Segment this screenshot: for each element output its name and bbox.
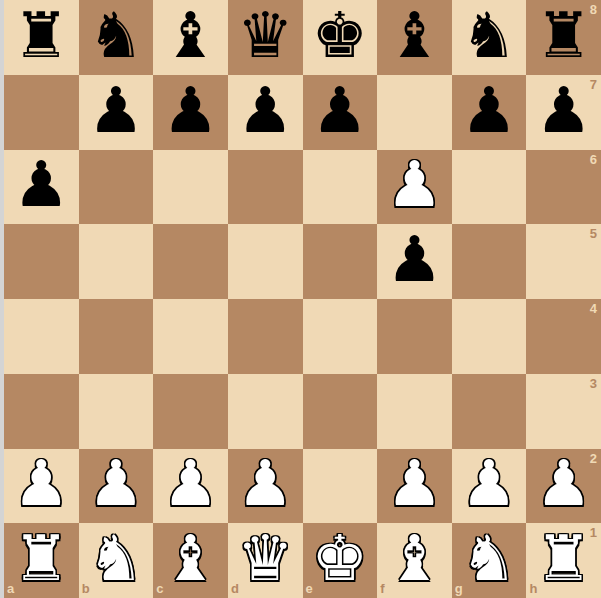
black-pawn-d7[interactable]: ♟ xyxy=(237,79,293,142)
square-d7[interactable]: ♟ xyxy=(228,75,303,150)
square-d4[interactable] xyxy=(228,299,303,374)
square-a7[interactable] xyxy=(4,75,79,150)
square-f7[interactable] xyxy=(377,75,452,150)
square-g8[interactable]: ♞ xyxy=(452,0,527,75)
square-e1[interactable]: ♚e xyxy=(303,523,378,598)
rank-label-3: 3 xyxy=(590,377,597,390)
square-h8[interactable]: ♜8 xyxy=(526,0,601,75)
square-b4[interactable] xyxy=(79,299,154,374)
rank-label-5: 5 xyxy=(590,227,597,240)
square-c5[interactable] xyxy=(153,224,228,299)
square-c6[interactable] xyxy=(153,150,228,225)
square-d1[interactable]: ♛d xyxy=(228,523,303,598)
black-knight-g8[interactable]: ♞ xyxy=(461,4,517,67)
black-pawn-e7[interactable]: ♟ xyxy=(312,79,368,142)
white-pawn-h2[interactable]: ♟ xyxy=(535,452,591,515)
square-c8[interactable]: ♝ xyxy=(153,0,228,75)
square-a3[interactable] xyxy=(4,374,79,449)
white-bishop-c1[interactable]: ♝ xyxy=(162,527,218,590)
square-a2[interactable]: ♟ xyxy=(4,449,79,524)
square-c4[interactable] xyxy=(153,299,228,374)
white-king-e1[interactable]: ♚ xyxy=(312,527,368,590)
square-h7[interactable]: ♟7 xyxy=(526,75,601,150)
white-queen-d1[interactable]: ♛ xyxy=(237,527,293,590)
square-b3[interactable] xyxy=(79,374,154,449)
square-a1[interactable]: ♜a xyxy=(4,523,79,598)
black-bishop-f8[interactable]: ♝ xyxy=(386,4,442,67)
rank-label-6: 6 xyxy=(590,153,597,166)
square-d3[interactable] xyxy=(228,374,303,449)
black-rook-h8[interactable]: ♜ xyxy=(535,4,591,67)
square-b5[interactable] xyxy=(79,224,154,299)
white-pawn-a2[interactable]: ♟ xyxy=(13,452,69,515)
square-g2[interactable]: ♟ xyxy=(452,449,527,524)
square-h5[interactable]: 5 xyxy=(526,224,601,299)
square-d8[interactable]: ♛ xyxy=(228,0,303,75)
square-g4[interactable] xyxy=(452,299,527,374)
square-a8[interactable]: ♜ xyxy=(4,0,79,75)
square-f1[interactable]: ♝f xyxy=(377,523,452,598)
square-g5[interactable] xyxy=(452,224,527,299)
square-f5[interactable]: ♟ xyxy=(377,224,452,299)
file-label-f: f xyxy=(380,582,384,595)
square-h6[interactable]: 6 xyxy=(526,150,601,225)
square-f3[interactable] xyxy=(377,374,452,449)
black-pawn-g7[interactable]: ♟ xyxy=(461,79,517,142)
black-queen-d8[interactable]: ♛ xyxy=(237,4,293,67)
rank-label-4: 4 xyxy=(590,302,597,315)
square-e7[interactable]: ♟ xyxy=(303,75,378,150)
square-d5[interactable] xyxy=(228,224,303,299)
black-pawn-c7[interactable]: ♟ xyxy=(162,79,218,142)
square-a5[interactable] xyxy=(4,224,79,299)
white-pawn-g2[interactable]: ♟ xyxy=(461,452,517,515)
square-c7[interactable]: ♟ xyxy=(153,75,228,150)
square-h1[interactable]: ♜h1 xyxy=(526,523,601,598)
white-pawn-f6[interactable]: ♟ xyxy=(386,153,442,216)
square-a6[interactable]: ♟ xyxy=(4,150,79,225)
black-pawn-f5[interactable]: ♟ xyxy=(386,228,442,291)
square-b2[interactable]: ♟ xyxy=(79,449,154,524)
square-c3[interactable] xyxy=(153,374,228,449)
black-rook-a8[interactable]: ♜ xyxy=(13,4,69,67)
square-e6[interactable] xyxy=(303,150,378,225)
square-f4[interactable] xyxy=(377,299,452,374)
square-d2[interactable]: ♟ xyxy=(228,449,303,524)
square-e5[interactable] xyxy=(303,224,378,299)
square-e2[interactable] xyxy=(303,449,378,524)
white-knight-g1[interactable]: ♞ xyxy=(461,527,517,590)
square-b1[interactable]: ♞b xyxy=(79,523,154,598)
white-pawn-d2[interactable]: ♟ xyxy=(237,452,293,515)
square-e3[interactable] xyxy=(303,374,378,449)
white-knight-b1[interactable]: ♞ xyxy=(88,527,144,590)
white-rook-a1[interactable]: ♜ xyxy=(13,527,69,590)
square-c2[interactable]: ♟ xyxy=(153,449,228,524)
chess-board-screenshot: ♜♞♝♛♚♝♞♜8♟♟♟♟♟♟7♟♟6♟543♟♟♟♟♟♟♟2♜a♞b♝c♛d♚… xyxy=(0,0,601,598)
square-e4[interactable] xyxy=(303,299,378,374)
square-f8[interactable]: ♝ xyxy=(377,0,452,75)
square-h4[interactable]: 4 xyxy=(526,299,601,374)
square-f2[interactable]: ♟ xyxy=(377,449,452,524)
black-pawn-a6[interactable]: ♟ xyxy=(13,153,69,216)
square-c1[interactable]: ♝c xyxy=(153,523,228,598)
white-bishop-f1[interactable]: ♝ xyxy=(386,527,442,590)
square-g1[interactable]: ♞g xyxy=(452,523,527,598)
square-b7[interactable]: ♟ xyxy=(79,75,154,150)
square-f6[interactable]: ♟ xyxy=(377,150,452,225)
square-g3[interactable] xyxy=(452,374,527,449)
square-e8[interactable]: ♚ xyxy=(303,0,378,75)
square-d6[interactable] xyxy=(228,150,303,225)
black-pawn-h7[interactable]: ♟ xyxy=(535,79,591,142)
square-g7[interactable]: ♟ xyxy=(452,75,527,150)
black-pawn-b7[interactable]: ♟ xyxy=(88,79,144,142)
square-b6[interactable] xyxy=(79,150,154,225)
square-b8[interactable]: ♞ xyxy=(79,0,154,75)
white-pawn-f2[interactable]: ♟ xyxy=(386,452,442,515)
white-rook-h1[interactable]: ♜ xyxy=(535,527,591,590)
chess-board: ♜♞♝♛♚♝♞♜8♟♟♟♟♟♟7♟♟6♟543♟♟♟♟♟♟♟2♜a♞b♝c♛d♚… xyxy=(4,0,601,598)
white-pawn-c2[interactable]: ♟ xyxy=(162,452,218,515)
square-g6[interactable] xyxy=(452,150,527,225)
black-bishop-c8[interactable]: ♝ xyxy=(162,4,218,67)
square-h3[interactable]: 3 xyxy=(526,374,601,449)
white-pawn-b2[interactable]: ♟ xyxy=(88,452,144,515)
black-king-e8[interactable]: ♚ xyxy=(312,4,368,67)
square-h2[interactable]: ♟2 xyxy=(526,449,601,524)
black-knight-b8[interactable]: ♞ xyxy=(88,4,144,67)
square-a4[interactable] xyxy=(4,299,79,374)
